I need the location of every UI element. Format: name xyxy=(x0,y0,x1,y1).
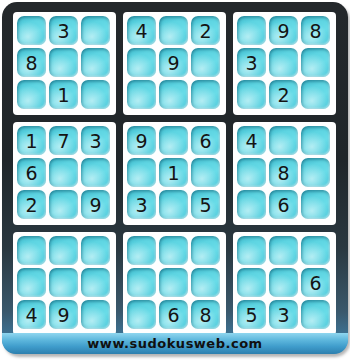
cell-r1c6: 2 xyxy=(191,16,220,45)
cell-r9c5: 6 xyxy=(159,300,188,329)
cell-r7c9[interactable] xyxy=(301,236,330,265)
sudoku-board: 3814299832173629961354864968653 www.sudo… xyxy=(2,2,348,354)
cell-r7c4[interactable] xyxy=(127,236,156,265)
cell-r9c3[interactable] xyxy=(81,300,110,329)
cell-r3c7[interactable] xyxy=(237,80,266,109)
cell-r8c5[interactable] xyxy=(159,268,188,297)
cell-r8c9: 6 xyxy=(301,268,330,297)
cell-r6c8: 6 xyxy=(269,190,298,219)
cell-r4c3: 3 xyxy=(81,126,110,155)
cell-r7c5[interactable] xyxy=(159,236,188,265)
cell-r4c2: 7 xyxy=(49,126,78,155)
box-2-0: 49 xyxy=(13,232,116,335)
cell-r8c7[interactable] xyxy=(237,268,266,297)
cell-r1c5[interactable] xyxy=(159,16,188,45)
cell-r4c1: 1 xyxy=(17,126,46,155)
cell-r1c4: 4 xyxy=(127,16,156,45)
cell-r3c3[interactable] xyxy=(81,80,110,109)
cell-r2c2[interactable] xyxy=(49,48,78,77)
cell-r5c8: 8 xyxy=(269,158,298,187)
box-2-2: 653 xyxy=(233,232,336,335)
cell-r1c3[interactable] xyxy=(81,16,110,45)
cell-r3c5[interactable] xyxy=(159,80,188,109)
cell-r4c7: 4 xyxy=(237,126,266,155)
cell-r9c6: 8 xyxy=(191,300,220,329)
box-0-0: 381 xyxy=(13,12,116,115)
cell-r9c4[interactable] xyxy=(127,300,156,329)
cell-r7c1[interactable] xyxy=(17,236,46,265)
cell-r6c7[interactable] xyxy=(237,190,266,219)
cell-r1c2: 3 xyxy=(49,16,78,45)
cell-r2c7: 3 xyxy=(237,48,266,77)
box-0-2: 9832 xyxy=(233,12,336,115)
cell-r4c6: 6 xyxy=(191,126,220,155)
footer-band: www.sudokusweb.com xyxy=(2,333,348,354)
cell-r1c8: 9 xyxy=(269,16,298,45)
cell-r8c4[interactable] xyxy=(127,268,156,297)
cell-r3c8: 2 xyxy=(269,80,298,109)
cell-r9c9[interactable] xyxy=(301,300,330,329)
cell-r7c2[interactable] xyxy=(49,236,78,265)
cell-r2c4[interactable] xyxy=(127,48,156,77)
cell-r5c2[interactable] xyxy=(49,158,78,187)
cell-r9c1: 4 xyxy=(17,300,46,329)
cell-r7c8[interactable] xyxy=(269,236,298,265)
cell-r6c5[interactable] xyxy=(159,190,188,219)
cell-r5c3[interactable] xyxy=(81,158,110,187)
cell-r7c3[interactable] xyxy=(81,236,110,265)
cell-r2c9[interactable] xyxy=(301,48,330,77)
box-1-1: 96135 xyxy=(123,122,226,225)
cell-r4c9[interactable] xyxy=(301,126,330,155)
cell-r5c6[interactable] xyxy=(191,158,220,187)
box-1-2: 486 xyxy=(233,122,336,225)
cell-r5c4[interactable] xyxy=(127,158,156,187)
cell-r1c9: 8 xyxy=(301,16,330,45)
box-2-1: 68 xyxy=(123,232,226,335)
cell-r2c1: 8 xyxy=(17,48,46,77)
cell-r6c3: 9 xyxy=(81,190,110,219)
sudoku-grid: 3814299832173629961354864968653 xyxy=(13,12,336,335)
cell-r3c1[interactable] xyxy=(17,80,46,109)
cell-r9c8: 3 xyxy=(269,300,298,329)
cell-r2c3[interactable] xyxy=(81,48,110,77)
box-0-1: 429 xyxy=(123,12,226,115)
cell-r5c9[interactable] xyxy=(301,158,330,187)
cell-r9c7: 5 xyxy=(237,300,266,329)
cell-r3c9[interactable] xyxy=(301,80,330,109)
cell-r3c2: 1 xyxy=(49,80,78,109)
cell-r3c4[interactable] xyxy=(127,80,156,109)
cell-r6c4: 3 xyxy=(127,190,156,219)
cell-r2c5: 9 xyxy=(159,48,188,77)
box-1-0: 173629 xyxy=(13,122,116,225)
cell-r6c9[interactable] xyxy=(301,190,330,219)
cell-r9c2: 9 xyxy=(49,300,78,329)
cell-r5c5: 1 xyxy=(159,158,188,187)
cell-r8c1[interactable] xyxy=(17,268,46,297)
website-label: www.sudokusweb.com xyxy=(87,336,262,351)
cell-r5c7[interactable] xyxy=(237,158,266,187)
cell-r8c3[interactable] xyxy=(81,268,110,297)
cell-r7c7[interactable] xyxy=(237,236,266,265)
cell-r2c8[interactable] xyxy=(269,48,298,77)
cell-r1c7[interactable] xyxy=(237,16,266,45)
cell-r4c8[interactable] xyxy=(269,126,298,155)
cell-r6c1: 2 xyxy=(17,190,46,219)
cell-r5c1: 6 xyxy=(17,158,46,187)
cell-r3c6[interactable] xyxy=(191,80,220,109)
cell-r6c2[interactable] xyxy=(49,190,78,219)
cell-r7c6[interactable] xyxy=(191,236,220,265)
page: 3814299832173629961354864968653 www.sudo… xyxy=(0,0,350,360)
cell-r8c8[interactable] xyxy=(269,268,298,297)
cell-r8c2[interactable] xyxy=(49,268,78,297)
cell-r2c6[interactable] xyxy=(191,48,220,77)
cell-r4c4: 9 xyxy=(127,126,156,155)
cell-r8c6[interactable] xyxy=(191,268,220,297)
cell-r6c6: 5 xyxy=(191,190,220,219)
cell-r1c1[interactable] xyxy=(17,16,46,45)
cell-r4c5[interactable] xyxy=(159,126,188,155)
